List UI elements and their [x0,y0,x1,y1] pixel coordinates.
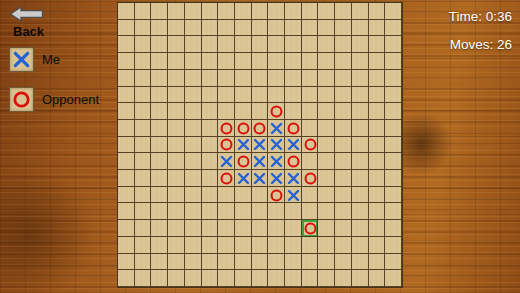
board-cell[interactable] [369,70,386,87]
board-cell[interactable] [185,103,202,120]
board-cell[interactable] [385,270,402,287]
board-cell[interactable] [252,3,269,20]
board-cell[interactable] [218,87,235,104]
board-cell[interactable] [268,20,285,37]
game-board [117,2,403,288]
board-cell[interactable] [285,237,302,254]
board-cell[interactable] [252,36,269,53]
board-cell[interactable] [285,220,302,237]
board-cell[interactable] [168,103,185,120]
board-cell[interactable] [218,103,235,120]
board-cell[interactable] [118,3,135,20]
board-cell[interactable] [235,237,252,254]
board-cell[interactable] [385,87,402,104]
board-cell[interactable] [118,103,135,120]
board-cell[interactable] [318,203,335,220]
board-cell[interactable] [335,254,352,271]
board-cell[interactable] [135,36,152,53]
board-cell[interactable] [335,3,352,20]
board-cell[interactable] [135,70,152,87]
board-cell[interactable] [168,153,185,170]
board-cell[interactable] [318,87,335,104]
board-cell[interactable] [252,220,269,237]
board-cell[interactable] [318,187,335,204]
board-cell[interactable] [202,220,219,237]
board-cell[interactable] [385,103,402,120]
board-cell[interactable] [385,70,402,87]
board-cell[interactable] [218,53,235,70]
board-cell[interactable] [235,137,252,154]
board-cell[interactable] [202,3,219,20]
board-cell[interactable] [118,36,135,53]
board-cell[interactable] [118,237,135,254]
board-cell[interactable] [185,237,202,254]
board-cell[interactable] [151,270,168,287]
board-cell[interactable] [268,203,285,220]
board-cell[interactable] [268,3,285,20]
board-cell[interactable] [285,187,302,204]
board-cell[interactable] [335,170,352,187]
board-cell[interactable] [185,270,202,287]
board-cell[interactable] [168,3,185,20]
board-cell[interactable] [252,254,269,271]
board-cell[interactable] [369,36,386,53]
board-cell[interactable] [151,70,168,87]
board-cell[interactable] [302,187,319,204]
board-cell[interactable] [318,237,335,254]
board-cell[interactable] [202,53,219,70]
board-cell[interactable] [335,20,352,37]
board-cell[interactable] [151,103,168,120]
board-cell[interactable] [335,220,352,237]
o-piece [219,137,234,152]
me-x-icon [9,47,34,72]
board-cell[interactable] [318,20,335,37]
board-cell[interactable] [168,36,185,53]
board-cell[interactable] [252,20,269,37]
board-cell[interactable] [218,137,235,154]
board-cell[interactable] [318,153,335,170]
board-cell[interactable] [185,220,202,237]
board-cell[interactable] [218,220,235,237]
board-cell[interactable] [285,70,302,87]
board-cell[interactable] [302,153,319,170]
board-cell[interactable] [285,203,302,220]
board-cell[interactable] [135,137,152,154]
board-cell[interactable] [218,170,235,187]
board-cell[interactable] [151,170,168,187]
board-cell[interactable] [268,220,285,237]
board-cell[interactable] [302,87,319,104]
board-cell[interactable] [268,254,285,271]
board-cell[interactable] [135,153,152,170]
board-cell[interactable] [218,70,235,87]
board-cell[interactable] [168,237,185,254]
board-cell[interactable] [352,137,369,154]
o-piece [252,121,267,136]
board-cell[interactable] [369,203,386,220]
board-cell[interactable] [335,36,352,53]
board-cell[interactable] [302,103,319,120]
board-cell[interactable] [318,103,335,120]
board-cell[interactable] [168,270,185,287]
board-cell[interactable] [218,3,235,20]
board-cell[interactable] [202,187,219,204]
board-cell[interactable] [135,120,152,137]
board-cell[interactable] [252,153,269,170]
board-cell[interactable] [252,270,269,287]
board-cell[interactable] [268,237,285,254]
board-cell[interactable] [135,187,152,204]
board-cell[interactable] [302,137,319,154]
board-cell[interactable] [118,153,135,170]
board-cell[interactable] [168,187,185,204]
board-cell[interactable] [151,203,168,220]
board-cell[interactable] [318,220,335,237]
board-cell[interactable] [285,254,302,271]
board-cell[interactable] [268,170,285,187]
board-cell[interactable] [369,237,386,254]
board-cell[interactable] [118,70,135,87]
board-cell[interactable] [369,103,386,120]
board-cell[interactable] [151,153,168,170]
board-cell[interactable] [318,3,335,20]
board-cell[interactable] [335,70,352,87]
board-cell[interactable] [252,237,269,254]
board-cell[interactable] [335,203,352,220]
board-cell[interactable] [218,203,235,220]
board-cell[interactable] [235,270,252,287]
board-cell[interactable] [168,20,185,37]
board-cell[interactable] [385,20,402,37]
board-cell[interactable] [285,53,302,70]
board-cell[interactable] [285,137,302,154]
board-cell[interactable] [218,254,235,271]
board-cell[interactable] [185,153,202,170]
board-cell[interactable] [185,70,202,87]
board-cell[interactable] [185,87,202,104]
board-cell[interactable] [385,254,402,271]
board-cell[interactable] [135,220,152,237]
board-cell[interactable] [285,120,302,137]
board-cell[interactable] [202,203,219,220]
board-cell[interactable] [318,137,335,154]
o-piece [236,121,251,136]
board-cell[interactable] [302,237,319,254]
board-cell[interactable] [285,20,302,37]
board-cell[interactable] [268,103,285,120]
board-cell[interactable] [151,3,168,20]
board-cell[interactable] [235,220,252,237]
board-cell[interactable] [335,237,352,254]
board-cell[interactable] [218,20,235,37]
board-cell[interactable] [369,137,386,154]
board-cell[interactable] [202,36,219,53]
board-cell[interactable] [352,103,369,120]
board-cell[interactable] [185,137,202,154]
board-cell[interactable] [352,153,369,170]
board-cell[interactable] [335,120,352,137]
board-cell[interactable] [352,20,369,37]
board-cell[interactable] [151,36,168,53]
board-cell[interactable] [285,170,302,187]
board-cell[interactable] [118,270,135,287]
board-cell[interactable] [268,187,285,204]
board-cell[interactable] [369,20,386,37]
board-cell[interactable] [202,120,219,137]
board-cell[interactable] [302,170,319,187]
board-cell[interactable] [352,270,369,287]
board-cell[interactable] [118,20,135,37]
board-cell[interactable] [285,103,302,120]
board-cell[interactable] [151,237,168,254]
board-cell[interactable] [118,220,135,237]
board-cell[interactable] [118,120,135,137]
board-cell[interactable] [218,270,235,287]
board-cell[interactable] [235,103,252,120]
board-cell[interactable] [135,103,152,120]
board-cell[interactable] [285,3,302,20]
board-cell[interactable] [218,187,235,204]
board-cell[interactable] [268,270,285,287]
board-cell[interactable] [235,254,252,271]
board-cell[interactable] [135,170,152,187]
back-button[interactable]: Back [9,6,44,39]
board-cell[interactable] [268,87,285,104]
board-cell[interactable] [118,187,135,204]
board-cell[interactable] [318,53,335,70]
board-cell[interactable] [352,203,369,220]
board-cell[interactable] [185,120,202,137]
board-cell[interactable] [335,53,352,70]
board-cell[interactable] [151,137,168,154]
board-cell[interactable] [302,120,319,137]
board-cell[interactable] [252,103,269,120]
board-cell[interactable] [318,170,335,187]
board-cell[interactable] [385,187,402,204]
board-cell[interactable] [385,170,402,187]
board-cell[interactable] [235,153,252,170]
board-cell[interactable] [118,170,135,187]
board-cell[interactable] [151,53,168,70]
board-cell[interactable] [202,137,219,154]
board-cell[interactable] [168,53,185,70]
board-cell[interactable] [318,270,335,287]
board-cell[interactable] [335,153,352,170]
board-cell[interactable] [385,53,402,70]
board-cell[interactable] [151,87,168,104]
board-cell[interactable] [268,120,285,137]
board-cell[interactable] [235,120,252,137]
board-cell[interactable] [318,36,335,53]
board-cell[interactable] [202,270,219,287]
board-cell[interactable] [385,3,402,20]
board-cell[interactable] [335,270,352,287]
board-cell[interactable] [369,170,386,187]
board-cell[interactable] [135,53,152,70]
board-cell[interactable] [185,170,202,187]
board-cell[interactable] [135,203,152,220]
board-cell[interactable] [252,87,269,104]
board-cell[interactable] [118,254,135,271]
board-cell[interactable] [335,187,352,204]
board-cell[interactable] [352,254,369,271]
board-cell[interactable] [369,153,386,170]
board-cell[interactable] [285,153,302,170]
board-cell[interactable] [235,203,252,220]
board-cell[interactable] [369,3,386,20]
board-cell[interactable] [185,53,202,70]
board-cell[interactable] [369,120,386,137]
board-cell[interactable] [302,53,319,70]
board-cell[interactable] [302,20,319,37]
board-cell[interactable] [218,120,235,137]
board-cell[interactable] [235,70,252,87]
board-cell[interactable] [369,53,386,70]
back-label: Back [13,24,44,39]
board-cell[interactable] [202,170,219,187]
board-cell[interactable] [385,137,402,154]
board-cell[interactable] [352,170,369,187]
board-cell[interactable] [252,203,269,220]
x-piece [252,154,267,169]
board-cell[interactable] [385,220,402,237]
board-cell[interactable] [202,153,219,170]
board-cell[interactable] [218,36,235,53]
board-cell[interactable] [335,103,352,120]
board-cell[interactable] [352,53,369,70]
board-cell[interactable] [285,36,302,53]
board-cell[interactable] [235,36,252,53]
board-cell[interactable] [369,270,386,287]
x-piece [252,137,267,152]
board-cell[interactable] [202,237,219,254]
board-cell[interactable] [385,120,402,137]
board-cell[interactable] [268,137,285,154]
board-cell[interactable] [385,153,402,170]
board-cell[interactable] [268,153,285,170]
board-cell[interactable] [252,53,269,70]
board-cell[interactable] [135,270,152,287]
board-cell[interactable] [235,20,252,37]
board-cell[interactable] [135,254,152,271]
board-cell-last-move[interactable] [302,220,319,237]
board-cell[interactable] [268,53,285,70]
legend-me-label: Me [42,52,60,67]
board-cell[interactable] [369,220,386,237]
board-cell[interactable] [385,36,402,53]
board-cell[interactable] [252,170,269,187]
board-cell[interactable] [369,87,386,104]
board-cell[interactable] [352,220,369,237]
board-cell[interactable] [168,70,185,87]
board-cell[interactable] [168,220,185,237]
board-cell[interactable] [118,137,135,154]
board-cell[interactable] [352,120,369,137]
board-cell[interactable] [252,137,269,154]
board-cell[interactable] [235,3,252,20]
board-cell[interactable] [168,254,185,271]
board-cell[interactable] [352,70,369,87]
board-cell[interactable] [385,203,402,220]
board-cell[interactable] [202,103,219,120]
board-cell[interactable] [252,187,269,204]
board-cell[interactable] [352,36,369,53]
board-cell[interactable] [202,87,219,104]
board-cell[interactable] [302,36,319,53]
board-cell[interactable] [302,203,319,220]
board-cell[interactable] [235,87,252,104]
board-cell[interactable] [302,270,319,287]
board-cell[interactable] [168,170,185,187]
board-cell[interactable] [318,254,335,271]
board-cell[interactable] [235,53,252,70]
board-cell[interactable] [235,187,252,204]
board-cell[interactable] [168,120,185,137]
board-cell[interactable] [385,237,402,254]
board-cell[interactable] [185,3,202,20]
board-cell[interactable] [151,20,168,37]
board-cell[interactable] [135,87,152,104]
board-cell[interactable] [302,254,319,271]
board-cell[interactable] [268,70,285,87]
board-cell[interactable] [202,20,219,37]
board-cell[interactable] [285,87,302,104]
board-cell[interactable] [318,70,335,87]
board-cell[interactable] [335,87,352,104]
o-piece [286,121,301,136]
board-cell[interactable] [168,203,185,220]
board-cell[interactable] [318,120,335,137]
board-cell[interactable] [285,270,302,287]
board-cell[interactable] [118,87,135,104]
board-cell[interactable] [252,120,269,137]
board-cell[interactable] [202,70,219,87]
board-cell[interactable] [118,53,135,70]
board-cell[interactable] [218,237,235,254]
board-cell[interactable] [369,187,386,204]
board-cell[interactable] [268,36,285,53]
board-cell[interactable] [235,170,252,187]
board-cell[interactable] [185,20,202,37]
board-cell[interactable] [168,87,185,104]
board-cell[interactable] [168,137,185,154]
board-cell[interactable] [151,254,168,271]
board-cell[interactable] [302,70,319,87]
board-cell[interactable] [352,237,369,254]
board-cell[interactable] [185,203,202,220]
board-cell[interactable] [352,187,369,204]
board-cell[interactable] [118,203,135,220]
board-cell[interactable] [352,87,369,104]
board-cell[interactable] [369,254,386,271]
board-cell[interactable] [151,120,168,137]
board-cell[interactable] [135,3,152,20]
board-cell[interactable] [218,153,235,170]
board-cell[interactable] [352,3,369,20]
board-cell[interactable] [302,3,319,20]
board-cell[interactable] [202,254,219,271]
board-cell[interactable] [135,237,152,254]
board-cell[interactable] [185,254,202,271]
board-cell[interactable] [185,187,202,204]
board-cell[interactable] [252,70,269,87]
board-cell[interactable] [151,187,168,204]
board-cell[interactable] [335,137,352,154]
board-cell[interactable] [185,36,202,53]
board-cell[interactable] [135,20,152,37]
board-cell[interactable] [151,220,168,237]
